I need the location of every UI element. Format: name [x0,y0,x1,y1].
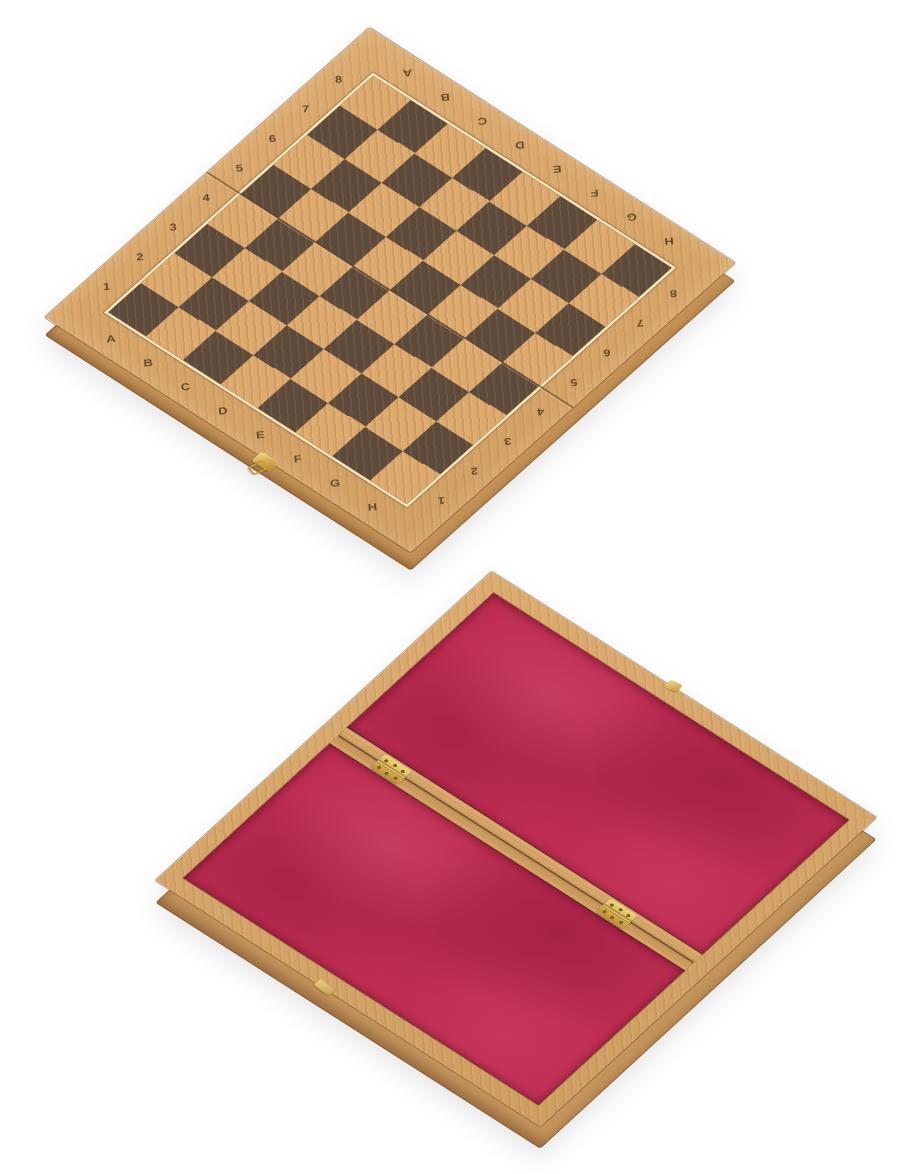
open-box [260,593,772,1105]
closed-chess-board: 8 7 6 5 4 3 2 1 8 7 6 5 4 3 2 1 A [145,45,635,535]
open-box-rim [155,571,876,1126]
closed-board-top-face: 8 7 6 5 4 3 2 1 8 7 6 5 4 3 2 1 A [45,27,736,552]
product-photo-scene: 8 7 6 5 4 3 2 1 8 7 6 5 4 3 2 1 A [0,0,900,1174]
brass-latch-hook-icon [664,679,683,692]
